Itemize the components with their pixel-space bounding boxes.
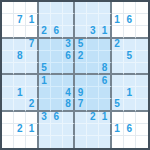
sudoku-cell-r5c5[interactable] xyxy=(51,51,63,63)
sudoku-cell-r1c8[interactable] xyxy=(87,2,99,14)
sudoku-cell-r4c8[interactable] xyxy=(87,39,99,51)
sudoku-cell-r9c2[interactable] xyxy=(14,99,26,111)
sudoku-cell-r1c6[interactable] xyxy=(63,2,75,14)
sudoku-cell-r6c10[interactable] xyxy=(112,63,124,75)
sudoku-cell-r2c7[interactable] xyxy=(75,14,87,26)
sudoku-cell-r9c12[interactable] xyxy=(136,99,148,111)
sudoku-cell-r5c6[interactable]: 6 xyxy=(63,51,75,63)
sudoku-cell-r7c10[interactable] xyxy=(112,75,124,87)
sudoku-cell-r1c11[interactable] xyxy=(124,2,136,14)
sudoku-cell-r8c12[interactable] xyxy=(136,87,148,99)
sudoku-cell-r1c2[interactable] xyxy=(14,2,26,14)
sudoku-cell-r2c2[interactable]: 7 xyxy=(14,14,26,26)
sudoku-cell-r4c6[interactable]: 3 xyxy=(63,39,75,51)
sudoku-cell-r3c6[interactable] xyxy=(63,26,75,38)
sudoku-cell-r10c9[interactable]: 1 xyxy=(99,112,111,124)
sudoku-cell-r1c10[interactable] xyxy=(112,2,124,14)
sudoku-cell-r2c10[interactable]: 1 xyxy=(112,14,124,26)
sudoku-cell-r9c11[interactable] xyxy=(124,99,136,111)
sudoku-cell-r4c11[interactable] xyxy=(124,39,136,51)
sudoku-board: 711626317352862558161491287536212116 xyxy=(0,0,150,150)
sudoku-cell-r7c1[interactable] xyxy=(2,75,14,87)
sudoku-cell-r7c5[interactable] xyxy=(51,75,63,87)
sudoku-cell-r3c12[interactable] xyxy=(136,26,148,38)
sudoku-cell-r5c10[interactable] xyxy=(112,51,124,63)
sudoku-cell-r12c9[interactable] xyxy=(99,136,111,148)
sudoku-cell-r11c4[interactable] xyxy=(39,124,51,136)
sudoku-cell-r6c6[interactable] xyxy=(63,63,75,75)
sudoku-cell-r10c1[interactable] xyxy=(2,112,14,124)
sudoku-cell-r9c5[interactable] xyxy=(51,99,63,111)
sudoku-cell-r3c7[interactable] xyxy=(75,26,87,38)
sudoku-cell-r9c4[interactable] xyxy=(39,99,51,111)
sudoku-cell-r10c5[interactable]: 6 xyxy=(51,112,63,124)
sudoku-cell-r2c1[interactable] xyxy=(2,14,14,26)
sudoku-cell-r5c4[interactable] xyxy=(39,51,51,63)
sudoku-cell-r4c7[interactable]: 5 xyxy=(75,39,87,51)
sudoku-cell-r4c2[interactable] xyxy=(14,39,26,51)
sudoku-cell-r2c12[interactable] xyxy=(136,14,148,26)
sudoku-cell-r9c3[interactable]: 2 xyxy=(26,99,38,111)
sudoku-cell-r8c1[interactable] xyxy=(2,87,14,99)
sudoku-cell-r10c4[interactable]: 3 xyxy=(39,112,51,124)
sudoku-cell-r10c8[interactable]: 2 xyxy=(87,112,99,124)
sudoku-cell-r7c4[interactable]: 1 xyxy=(39,75,51,87)
sudoku-cell-r4c1[interactable] xyxy=(2,39,14,51)
sudoku-cell-r1c12[interactable] xyxy=(136,2,148,14)
sudoku-cell-r7c8[interactable] xyxy=(87,75,99,87)
sudoku-cell-r11c1[interactable] xyxy=(2,124,14,136)
sudoku-cell-r9c10[interactable]: 5 xyxy=(112,99,124,111)
sudoku-cell-r6c12[interactable] xyxy=(136,63,148,75)
sudoku-cell-r7c12[interactable] xyxy=(136,75,148,87)
sudoku-cell-r9c6[interactable]: 8 xyxy=(63,99,75,111)
sudoku-cell-r5c8[interactable] xyxy=(87,51,99,63)
sudoku-cell-r3c11[interactable] xyxy=(124,26,136,38)
sudoku-cell-r5c2[interactable]: 8 xyxy=(14,51,26,63)
sudoku-cell-r12c7[interactable] xyxy=(75,136,87,148)
sudoku-cell-r5c11[interactable]: 5 xyxy=(124,51,136,63)
sudoku-cell-r4c4[interactable] xyxy=(39,39,51,51)
sudoku-cell-r3c9[interactable]: 1 xyxy=(99,26,111,38)
sudoku-cell-r12c1[interactable] xyxy=(2,136,14,148)
sudoku-cell-r1c5[interactable] xyxy=(51,2,63,14)
sudoku-cell-r5c12[interactable] xyxy=(136,51,148,63)
sudoku-cell-r10c3[interactable] xyxy=(26,112,38,124)
sudoku-cell-r3c2[interactable] xyxy=(14,26,26,38)
sudoku-cell-r1c3[interactable] xyxy=(26,2,38,14)
sudoku-cell-r4c9[interactable] xyxy=(99,39,111,51)
sudoku-cell-r6c1[interactable] xyxy=(2,63,14,75)
sudoku-cell-r6c8[interactable] xyxy=(87,63,99,75)
sudoku-cell-r8c2[interactable]: 1 xyxy=(14,87,26,99)
sudoku-cell-r3c3[interactable] xyxy=(26,26,38,38)
sudoku-cell-r5c7[interactable]: 2 xyxy=(75,51,87,63)
sudoku-cell-r11c7[interactable] xyxy=(75,124,87,136)
sudoku-cell-r12c5[interactable] xyxy=(51,136,63,148)
sudoku-cell-r7c3[interactable] xyxy=(26,75,38,87)
sudoku-cell-r8c8[interactable] xyxy=(87,87,99,99)
sudoku-cell-r6c9[interactable]: 8 xyxy=(99,63,111,75)
sudoku-cell-r8c9[interactable] xyxy=(99,87,111,99)
sudoku-cell-r5c3[interactable] xyxy=(26,51,38,63)
sudoku-cell-r6c3[interactable] xyxy=(26,63,38,75)
sudoku-cell-r2c6[interactable] xyxy=(63,14,75,26)
sudoku-cell-r10c7[interactable] xyxy=(75,112,87,124)
sudoku-cell-r7c11[interactable] xyxy=(124,75,136,87)
sudoku-cell-r1c7[interactable] xyxy=(75,2,87,14)
sudoku-cell-r7c7[interactable] xyxy=(75,75,87,87)
sudoku-cell-r3c4[interactable]: 2 xyxy=(39,26,51,38)
sudoku-cell-r7c6[interactable] xyxy=(63,75,75,87)
sudoku-cell-r12c12[interactable] xyxy=(136,136,148,148)
sudoku-cell-r10c11[interactable] xyxy=(124,112,136,124)
sudoku-cell-r11c9[interactable] xyxy=(99,124,111,136)
sudoku-cell-r6c2[interactable] xyxy=(14,63,26,75)
sudoku-cell-r9c1[interactable] xyxy=(2,99,14,111)
sudoku-cell-r12c11[interactable] xyxy=(124,136,136,148)
sudoku-cell-r3c1[interactable] xyxy=(2,26,14,38)
sudoku-cell-r6c7[interactable] xyxy=(75,63,87,75)
sudoku-cell-r4c5[interactable] xyxy=(51,39,63,51)
sudoku-cell-r8c11[interactable]: 1 xyxy=(124,87,136,99)
sudoku-cell-r2c11[interactable]: 6 xyxy=(124,14,136,26)
sudoku-cell-r11c6[interactable] xyxy=(63,124,75,136)
sudoku-cell-r12c2[interactable] xyxy=(14,136,26,148)
sudoku-cell-r3c8[interactable]: 3 xyxy=(87,26,99,38)
sudoku-cell-r12c3[interactable] xyxy=(26,136,38,148)
sudoku-cell-r12c6[interactable] xyxy=(63,136,75,148)
sudoku-cell-r5c1[interactable] xyxy=(2,51,14,63)
sudoku-cell-r12c4[interactable] xyxy=(39,136,51,148)
sudoku-cell-r11c2[interactable]: 2 xyxy=(14,124,26,136)
sudoku-cell-r11c3[interactable]: 1 xyxy=(26,124,38,136)
sudoku-cell-r4c10[interactable]: 2 xyxy=(112,39,124,51)
sudoku-cell-r4c3[interactable]: 7 xyxy=(26,39,38,51)
sudoku-cell-r9c9[interactable] xyxy=(99,99,111,111)
sudoku-cell-r11c11[interactable]: 6 xyxy=(124,124,136,136)
sudoku-cell-r6c5[interactable] xyxy=(51,63,63,75)
sudoku-cell-r8c5[interactable] xyxy=(51,87,63,99)
sudoku-cell-r4c12[interactable] xyxy=(136,39,148,51)
sudoku-cell-r11c8[interactable] xyxy=(87,124,99,136)
sudoku-cell-r1c9[interactable] xyxy=(99,2,111,14)
sudoku-cell-r7c2[interactable] xyxy=(14,75,26,87)
sudoku-cell-r8c4[interactable] xyxy=(39,87,51,99)
sudoku-cell-r10c2[interactable] xyxy=(14,112,26,124)
sudoku-cell-r1c1[interactable] xyxy=(2,2,14,14)
sudoku-cell-r2c3[interactable]: 1 xyxy=(26,14,38,26)
sudoku-cell-r3c5[interactable]: 6 xyxy=(51,26,63,38)
sudoku-cell-r6c4[interactable]: 5 xyxy=(39,63,51,75)
sudoku-cell-r11c10[interactable]: 1 xyxy=(112,124,124,136)
sudoku-cell-r10c10[interactable] xyxy=(112,112,124,124)
sudoku-cell-r12c10[interactable] xyxy=(112,136,124,148)
sudoku-cell-r12c8[interactable] xyxy=(87,136,99,148)
sudoku-cell-r9c7[interactable]: 7 xyxy=(75,99,87,111)
sudoku-cell-r11c12[interactable] xyxy=(136,124,148,136)
sudoku-cell-r1c4[interactable] xyxy=(39,2,51,14)
sudoku-cell-r10c12[interactable] xyxy=(136,112,148,124)
sudoku-cell-r9c8[interactable] xyxy=(87,99,99,111)
sudoku-cell-r3c10[interactable] xyxy=(112,26,124,38)
sudoku-cell-r7c9[interactable]: 6 xyxy=(99,75,111,87)
sudoku-cell-r11c5[interactable] xyxy=(51,124,63,136)
sudoku-cell-r6c11[interactable] xyxy=(124,63,136,75)
sudoku-cell-r10c6[interactable] xyxy=(63,112,75,124)
sudoku-cell-r5c9[interactable] xyxy=(99,51,111,63)
